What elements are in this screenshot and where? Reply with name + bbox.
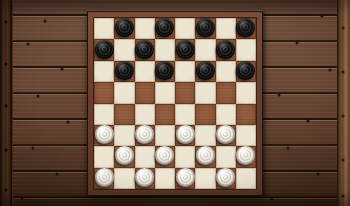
- white-piece[interactable]: [216, 168, 235, 187]
- square-r4c1[interactable]: [94, 82, 114, 103]
- white-piece[interactable]: [95, 168, 114, 187]
- square-r5c6[interactable]: [195, 104, 215, 125]
- square-r5c3[interactable]: [135, 104, 155, 125]
- black-piece[interactable]: [115, 18, 134, 37]
- square-r7c4[interactable]: [155, 146, 175, 167]
- square-r3c5[interactable]: [175, 61, 195, 82]
- square-r2c3[interactable]: [135, 39, 155, 60]
- square-r8c5[interactable]: [175, 168, 195, 189]
- square-r6c2[interactable]: [114, 125, 134, 146]
- square-r1c4[interactable]: [155, 18, 175, 39]
- square-r8c4[interactable]: [155, 168, 175, 189]
- square-r2c5[interactable]: [175, 39, 195, 60]
- black-piece[interactable]: [196, 61, 215, 80]
- square-r1c1[interactable]: [94, 18, 114, 39]
- left-wood-beam: [0, 0, 13, 206]
- square-r1c2[interactable]: [114, 18, 134, 39]
- square-r6c6[interactable]: [195, 125, 215, 146]
- checkers-board: [87, 11, 263, 196]
- square-r5c7[interactable]: [216, 104, 236, 125]
- square-r6c1[interactable]: [94, 125, 114, 146]
- right-wood-beam: [337, 0, 350, 206]
- square-r7c6[interactable]: [195, 146, 215, 167]
- square-r1c8[interactable]: [236, 18, 256, 39]
- square-r8c7[interactable]: [216, 168, 236, 189]
- black-piece[interactable]: [95, 40, 114, 59]
- black-piece[interactable]: [176, 40, 195, 59]
- board-squares: [93, 17, 257, 190]
- square-r1c6[interactable]: [195, 18, 215, 39]
- square-r8c1[interactable]: [94, 168, 114, 189]
- square-r8c3[interactable]: [135, 168, 155, 189]
- square-r8c2[interactable]: [114, 168, 134, 189]
- square-r6c7[interactable]: [216, 125, 236, 146]
- square-r2c6[interactable]: [195, 39, 215, 60]
- square-r6c8[interactable]: [236, 125, 256, 146]
- square-r3c3[interactable]: [135, 61, 155, 82]
- white-piece[interactable]: [196, 146, 215, 165]
- square-r7c5[interactable]: [175, 146, 195, 167]
- white-piece[interactable]: [155, 146, 174, 165]
- white-piece[interactable]: [176, 168, 195, 187]
- square-r1c3[interactable]: [135, 18, 155, 39]
- square-r3c8[interactable]: [236, 61, 256, 82]
- square-r5c1[interactable]: [94, 104, 114, 125]
- square-r7c1[interactable]: [94, 146, 114, 167]
- black-piece[interactable]: [196, 18, 215, 37]
- square-r2c2[interactable]: [114, 39, 134, 60]
- square-r3c7[interactable]: [216, 61, 236, 82]
- square-r5c4[interactable]: [155, 104, 175, 125]
- black-piece[interactable]: [155, 61, 174, 80]
- white-piece[interactable]: [135, 168, 154, 187]
- square-r8c8[interactable]: [236, 168, 256, 189]
- white-piece[interactable]: [115, 146, 134, 165]
- square-r1c5[interactable]: [175, 18, 195, 39]
- square-r3c1[interactable]: [94, 61, 114, 82]
- square-r7c7[interactable]: [216, 146, 236, 167]
- white-piece[interactable]: [95, 125, 114, 144]
- black-piece[interactable]: [115, 61, 134, 80]
- square-r6c5[interactable]: [175, 125, 195, 146]
- square-r3c2[interactable]: [114, 61, 134, 82]
- square-r8c6[interactable]: [195, 168, 215, 189]
- black-piece[interactable]: [216, 40, 235, 59]
- square-r7c2[interactable]: [114, 146, 134, 167]
- square-r2c4[interactable]: [155, 39, 175, 60]
- white-piece[interactable]: [135, 125, 154, 144]
- square-r3c4[interactable]: [155, 61, 175, 82]
- black-piece[interactable]: [155, 18, 174, 37]
- square-r6c4[interactable]: [155, 125, 175, 146]
- black-piece[interactable]: [135, 40, 154, 59]
- square-r5c2[interactable]: [114, 104, 134, 125]
- black-piece[interactable]: [236, 61, 255, 80]
- square-r4c8[interactable]: [236, 82, 256, 103]
- game-background: [0, 0, 350, 206]
- white-piece[interactable]: [236, 146, 255, 165]
- square-r4c5[interactable]: [175, 82, 195, 103]
- black-piece[interactable]: [236, 18, 255, 37]
- white-piece[interactable]: [176, 125, 195, 144]
- square-r4c7[interactable]: [216, 82, 236, 103]
- square-r5c8[interactable]: [236, 104, 256, 125]
- square-r7c3[interactable]: [135, 146, 155, 167]
- square-r2c1[interactable]: [94, 39, 114, 60]
- square-r4c4[interactable]: [155, 82, 175, 103]
- white-piece[interactable]: [216, 125, 235, 144]
- square-r5c5[interactable]: [175, 104, 195, 125]
- square-r6c3[interactable]: [135, 125, 155, 146]
- square-r3c6[interactable]: [195, 61, 215, 82]
- square-r7c8[interactable]: [236, 146, 256, 167]
- square-r4c2[interactable]: [114, 82, 134, 103]
- square-r4c3[interactable]: [135, 82, 155, 103]
- square-r1c7[interactable]: [216, 18, 236, 39]
- square-r4c6[interactable]: [195, 82, 215, 103]
- square-r2c7[interactable]: [216, 39, 236, 60]
- square-r2c8[interactable]: [236, 39, 256, 60]
